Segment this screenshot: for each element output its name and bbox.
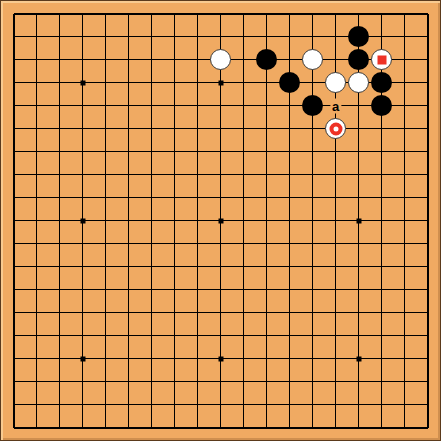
- intersection-D4: [71, 347, 94, 370]
- intersection-Q4: [347, 347, 370, 370]
- intersection-H6: [163, 301, 186, 324]
- intersection-G17: [140, 48, 163, 71]
- intersection-Q15: [347, 94, 370, 117]
- intersection-T11: [416, 186, 439, 209]
- intersection-D19: [71, 2, 94, 25]
- intersection-H12: [163, 163, 186, 186]
- star-point-K4: [218, 356, 223, 361]
- black-stone-N16: [279, 72, 300, 93]
- intersection-L15: [232, 94, 255, 117]
- intersection-M4: [255, 347, 278, 370]
- intersection-K2: [209, 393, 232, 416]
- intersection-E7: [94, 278, 117, 301]
- intersection-H16: [163, 71, 186, 94]
- intersection-K4: [209, 347, 232, 370]
- intersection-F2: [117, 393, 140, 416]
- intersection-H18: [163, 25, 186, 48]
- intersection-M13: [255, 140, 278, 163]
- intersection-F19: [117, 2, 140, 25]
- intersection-P13: [324, 140, 347, 163]
- intersection-J5: [186, 324, 209, 347]
- intersection-M7: [255, 278, 278, 301]
- intersection-R18: [370, 25, 393, 48]
- intersection-C7: [48, 278, 71, 301]
- intersection-T15: [416, 94, 439, 117]
- intersection-M17: [255, 48, 278, 71]
- intersection-D1: [71, 416, 94, 439]
- intersection-E3: [94, 370, 117, 393]
- intersection-O10: [301, 209, 324, 232]
- intersection-B13: [25, 140, 48, 163]
- intersection-R11: [370, 186, 393, 209]
- intersection-S12: [393, 163, 416, 186]
- intersection-B18: [25, 25, 48, 48]
- intersection-C19: [48, 2, 71, 25]
- intersection-C9: [48, 232, 71, 255]
- intersection-R6: [370, 301, 393, 324]
- intersection-M16: [255, 71, 278, 94]
- black-stone-O15: [302, 95, 323, 116]
- intersection-F15: [117, 94, 140, 117]
- intersection-A19: [2, 2, 25, 25]
- intersection-E15: [94, 94, 117, 117]
- intersection-K19: [209, 2, 232, 25]
- intersection-O12: [301, 163, 324, 186]
- intersection-L8: [232, 255, 255, 278]
- intersection-J8: [186, 255, 209, 278]
- intersection-Q2: [347, 393, 370, 416]
- intersection-F3: [117, 370, 140, 393]
- intersection-D16: [71, 71, 94, 94]
- intersection-D5: [71, 324, 94, 347]
- intersection-P8: [324, 255, 347, 278]
- intersection-E4: [94, 347, 117, 370]
- intersection-B4: [25, 347, 48, 370]
- intersection-K5: [209, 324, 232, 347]
- intersection-M2: [255, 393, 278, 416]
- intersection-A8: [2, 255, 25, 278]
- intersection-H15: [163, 94, 186, 117]
- intersection-P1: [324, 416, 347, 439]
- intersection-K12: [209, 163, 232, 186]
- intersection-Q13: [347, 140, 370, 163]
- intersection-L18: [232, 25, 255, 48]
- intersection-F13: [117, 140, 140, 163]
- star-point-Q10: [356, 218, 361, 223]
- intersection-N19: [278, 2, 301, 25]
- white-stone-K17: [210, 49, 231, 70]
- intersection-T2: [416, 393, 439, 416]
- intersection-O16: [301, 71, 324, 94]
- intersection-K3: [209, 370, 232, 393]
- intersection-S9: [393, 232, 416, 255]
- intersection-F8: [117, 255, 140, 278]
- intersection-C3: [48, 370, 71, 393]
- intersection-J17: [186, 48, 209, 71]
- intersection-Q6: [347, 301, 370, 324]
- intersection-H2: [163, 393, 186, 416]
- intersection-S17: [393, 48, 416, 71]
- intersection-M15: [255, 94, 278, 117]
- intersection-T17: [416, 48, 439, 71]
- intersection-G16: [140, 71, 163, 94]
- intersection-H10: [163, 209, 186, 232]
- intersection-B19: [25, 2, 48, 25]
- intersection-E1: [94, 416, 117, 439]
- intersection-G15: [140, 94, 163, 117]
- black-stone-R15: [371, 95, 392, 116]
- intersection-P9: [324, 232, 347, 255]
- intersection-B5: [25, 324, 48, 347]
- intersection-B11: [25, 186, 48, 209]
- intersection-B6: [25, 301, 48, 324]
- go-board: a: [0, 0, 441, 441]
- intersection-D8: [71, 255, 94, 278]
- intersection-O2: [301, 393, 324, 416]
- intersection-N13: [278, 140, 301, 163]
- intersection-E13: [94, 140, 117, 163]
- white-stone-P14: [325, 118, 346, 139]
- intersection-D11: [71, 186, 94, 209]
- intersection-S6: [393, 301, 416, 324]
- intersection-S2: [393, 393, 416, 416]
- intersection-C1: [48, 416, 71, 439]
- intersection-N17: [278, 48, 301, 71]
- intersection-R10: [370, 209, 393, 232]
- intersection-F1: [117, 416, 140, 439]
- intersection-E12: [94, 163, 117, 186]
- intersection-O1: [301, 416, 324, 439]
- intersection-D6: [71, 301, 94, 324]
- white-stone-R17: [371, 49, 392, 70]
- intersection-G1: [140, 416, 163, 439]
- intersection-R7: [370, 278, 393, 301]
- intersection-S13: [393, 140, 416, 163]
- intersection-B1: [25, 416, 48, 439]
- intersection-J15: [186, 94, 209, 117]
- intersection-G9: [140, 232, 163, 255]
- intersection-R2: [370, 393, 393, 416]
- white-stone-Q16: [348, 72, 369, 93]
- intersection-E16: [94, 71, 117, 94]
- intersection-D12: [71, 163, 94, 186]
- white-stone-P16: [325, 72, 346, 93]
- black-stone-Q17: [348, 49, 369, 70]
- intersection-R16: [370, 71, 393, 94]
- intersection-H13: [163, 140, 186, 163]
- intersection-P19: [324, 2, 347, 25]
- intersection-M10: [255, 209, 278, 232]
- intersection-N14: [278, 117, 301, 140]
- intersection-J10: [186, 209, 209, 232]
- intersection-O6: [301, 301, 324, 324]
- intersection-R9: [370, 232, 393, 255]
- intersection-S4: [393, 347, 416, 370]
- intersection-G3: [140, 370, 163, 393]
- intersection-P7: [324, 278, 347, 301]
- intersection-Q5: [347, 324, 370, 347]
- intersection-F5: [117, 324, 140, 347]
- intersection-L1: [232, 416, 255, 439]
- intersection-T13: [416, 140, 439, 163]
- intersection-G14: [140, 117, 163, 140]
- intersection-S5: [393, 324, 416, 347]
- intersection-K13: [209, 140, 232, 163]
- intersection-D9: [71, 232, 94, 255]
- intersection-C5: [48, 324, 71, 347]
- intersection-P5: [324, 324, 347, 347]
- intersection-N18: [278, 25, 301, 48]
- intersection-Q19: [347, 2, 370, 25]
- intersection-H19: [163, 2, 186, 25]
- intersection-A5: [2, 324, 25, 347]
- intersection-L16: [232, 71, 255, 94]
- intersection-N9: [278, 232, 301, 255]
- intersection-S16: [393, 71, 416, 94]
- intersection-F17: [117, 48, 140, 71]
- intersection-Q3: [347, 370, 370, 393]
- intersection-A4: [2, 347, 25, 370]
- intersection-N6: [278, 301, 301, 324]
- intersection-M1: [255, 416, 278, 439]
- intersection-A11: [2, 186, 25, 209]
- intersection-K11: [209, 186, 232, 209]
- intersection-J7: [186, 278, 209, 301]
- intersection-A1: [2, 416, 25, 439]
- intersection-D18: [71, 25, 94, 48]
- intersection-H3: [163, 370, 186, 393]
- intersection-O4: [301, 347, 324, 370]
- point-label-a-P15: a: [330, 98, 341, 113]
- intersection-O9: [301, 232, 324, 255]
- intersection-F16: [117, 71, 140, 94]
- intersection-C4: [48, 347, 71, 370]
- intersection-A16: [2, 71, 25, 94]
- intersection-T3: [416, 370, 439, 393]
- intersection-N3: [278, 370, 301, 393]
- intersection-O8: [301, 255, 324, 278]
- intersection-N4: [278, 347, 301, 370]
- intersection-J13: [186, 140, 209, 163]
- intersection-L12: [232, 163, 255, 186]
- intersection-D7: [71, 278, 94, 301]
- intersection-J14: [186, 117, 209, 140]
- intersection-H17: [163, 48, 186, 71]
- intersection-A17: [2, 48, 25, 71]
- intersection-S18: [393, 25, 416, 48]
- intersection-D15: [71, 94, 94, 117]
- intersection-H1: [163, 416, 186, 439]
- intersection-S19: [393, 2, 416, 25]
- intersection-C18: [48, 25, 71, 48]
- intersection-T7: [416, 278, 439, 301]
- intersection-D14: [71, 117, 94, 140]
- intersection-T19: [416, 2, 439, 25]
- intersection-E18: [94, 25, 117, 48]
- intersection-Q1: [347, 416, 370, 439]
- intersection-C2: [48, 393, 71, 416]
- intersection-K17: [209, 48, 232, 71]
- intersection-F18: [117, 25, 140, 48]
- intersection-C16: [48, 71, 71, 94]
- intersection-M3: [255, 370, 278, 393]
- intersection-K9: [209, 232, 232, 255]
- intersection-A14: [2, 117, 25, 140]
- intersection-H9: [163, 232, 186, 255]
- intersection-B14: [25, 117, 48, 140]
- star-point-D16: [80, 80, 85, 85]
- intersection-L3: [232, 370, 255, 393]
- intersection-M6: [255, 301, 278, 324]
- intersection-B17: [25, 48, 48, 71]
- intersection-A2: [2, 393, 25, 416]
- intersection-Q9: [347, 232, 370, 255]
- intersection-R8: [370, 255, 393, 278]
- intersection-R19: [370, 2, 393, 25]
- intersection-L4: [232, 347, 255, 370]
- intersection-G5: [140, 324, 163, 347]
- intersection-T8: [416, 255, 439, 278]
- intersection-Q18: [347, 25, 370, 48]
- intersection-P3: [324, 370, 347, 393]
- intersection-O15: [301, 94, 324, 117]
- intersection-D3: [71, 370, 94, 393]
- intersection-B9: [25, 232, 48, 255]
- intersection-A10: [2, 209, 25, 232]
- intersection-J18: [186, 25, 209, 48]
- star-point-K10: [218, 218, 223, 223]
- intersection-P4: [324, 347, 347, 370]
- star-point-D10: [80, 218, 85, 223]
- intersection-N11: [278, 186, 301, 209]
- intersection-H4: [163, 347, 186, 370]
- intersection-A6: [2, 301, 25, 324]
- intersection-G7: [140, 278, 163, 301]
- intersection-F10: [117, 209, 140, 232]
- intersection-R5: [370, 324, 393, 347]
- intersection-S14: [393, 117, 416, 140]
- intersection-T12: [416, 163, 439, 186]
- intersection-B2: [25, 393, 48, 416]
- intersection-D10: [71, 209, 94, 232]
- intersection-G18: [140, 25, 163, 48]
- intersection-B10: [25, 209, 48, 232]
- intersection-B16: [25, 71, 48, 94]
- intersection-M11: [255, 186, 278, 209]
- intersection-Q11: [347, 186, 370, 209]
- intersection-Q14: [347, 117, 370, 140]
- intersection-J3: [186, 370, 209, 393]
- intersection-K8: [209, 255, 232, 278]
- intersection-E6: [94, 301, 117, 324]
- intersection-C12: [48, 163, 71, 186]
- intersection-E9: [94, 232, 117, 255]
- intersection-O17: [301, 48, 324, 71]
- intersection-H7: [163, 278, 186, 301]
- star-point-K16: [218, 80, 223, 85]
- intersection-S1: [393, 416, 416, 439]
- intersection-O7: [301, 278, 324, 301]
- black-stone-R16: [371, 72, 392, 93]
- intersection-R4: [370, 347, 393, 370]
- intersection-K6: [209, 301, 232, 324]
- intersection-C11: [48, 186, 71, 209]
- intersection-D2: [71, 393, 94, 416]
- intersection-F7: [117, 278, 140, 301]
- intersection-P6: [324, 301, 347, 324]
- star-point-Q4: [356, 356, 361, 361]
- intersection-E14: [94, 117, 117, 140]
- intersection-F9: [117, 232, 140, 255]
- intersection-O11: [301, 186, 324, 209]
- intersection-G19: [140, 2, 163, 25]
- intersection-L11: [232, 186, 255, 209]
- intersection-E17: [94, 48, 117, 71]
- intersection-C6: [48, 301, 71, 324]
- intersection-A13: [2, 140, 25, 163]
- intersection-S10: [393, 209, 416, 232]
- intersection-C14: [48, 117, 71, 140]
- intersection-P14: [324, 117, 347, 140]
- intersection-M19: [255, 2, 278, 25]
- intersection-T16: [416, 71, 439, 94]
- intersection-M12: [255, 163, 278, 186]
- intersection-C15: [48, 94, 71, 117]
- intersection-A18: [2, 25, 25, 48]
- intersection-J9: [186, 232, 209, 255]
- intersection-S8: [393, 255, 416, 278]
- intersection-R12: [370, 163, 393, 186]
- intersection-N15: [278, 94, 301, 117]
- intersection-D13: [71, 140, 94, 163]
- intersection-J16: [186, 71, 209, 94]
- intersection-E8: [94, 255, 117, 278]
- intersection-N2: [278, 393, 301, 416]
- black-stone-Q18: [348, 26, 369, 47]
- intersection-B12: [25, 163, 48, 186]
- intersection-J11: [186, 186, 209, 209]
- intersection-G11: [140, 186, 163, 209]
- intersection-R17: [370, 48, 393, 71]
- intersection-S15: [393, 94, 416, 117]
- intersection-O5: [301, 324, 324, 347]
- intersection-R1: [370, 416, 393, 439]
- intersection-G12: [140, 163, 163, 186]
- intersection-K1: [209, 416, 232, 439]
- intersection-K16: [209, 71, 232, 94]
- intersection-L17: [232, 48, 255, 71]
- intersection-M14: [255, 117, 278, 140]
- intersection-L6: [232, 301, 255, 324]
- intersection-J4: [186, 347, 209, 370]
- intersection-R3: [370, 370, 393, 393]
- intersection-H8: [163, 255, 186, 278]
- intersection-G6: [140, 301, 163, 324]
- intersection-S7: [393, 278, 416, 301]
- intersection-B15: [25, 94, 48, 117]
- intersection-Q10: [347, 209, 370, 232]
- intersection-O3: [301, 370, 324, 393]
- intersection-G13: [140, 140, 163, 163]
- red-circle-marker-icon: [329, 122, 342, 135]
- intersection-C13: [48, 140, 71, 163]
- intersection-P18: [324, 25, 347, 48]
- intersection-E11: [94, 186, 117, 209]
- intersection-A12: [2, 163, 25, 186]
- intersection-B3: [25, 370, 48, 393]
- intersection-P16: [324, 71, 347, 94]
- intersection-T9: [416, 232, 439, 255]
